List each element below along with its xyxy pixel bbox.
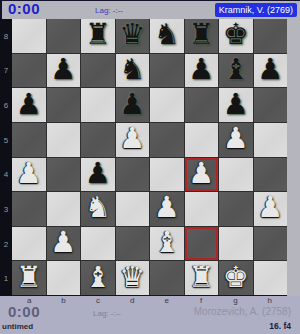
square-g7[interactable]: ♝	[219, 54, 253, 88]
square-b4[interactable]	[47, 158, 81, 192]
square-f3[interactable]	[185, 192, 219, 226]
square-c4[interactable]: ♟	[81, 158, 115, 192]
black-rook-f8[interactable]: ♜	[188, 20, 214, 49]
file-label-f: f	[184, 296, 218, 305]
top-player-name: Kramnik, V. (2769)	[215, 3, 297, 17]
black-king-g8[interactable]: ♚	[223, 20, 249, 49]
white-pawn-e3[interactable]: ♟	[154, 193, 180, 222]
board-right-margin	[287, 19, 300, 296]
top-player-lag: Lag: -:--	[95, 6, 123, 15]
square-d8[interactable]: ♛	[116, 19, 150, 53]
rank-label-3: 3	[0, 192, 12, 227]
black-pawn-b7[interactable]: ♟	[50, 55, 76, 84]
rank-label-2: 2	[0, 227, 12, 262]
square-g2[interactable]	[219, 227, 253, 261]
top-player-clock: 0:00	[8, 0, 40, 17]
file-label-e: e	[150, 296, 184, 305]
square-c8[interactable]: ♜	[81, 19, 115, 53]
square-g6[interactable]: ♟	[219, 88, 253, 122]
square-b1[interactable]	[47, 261, 81, 295]
square-e5[interactable]	[150, 123, 184, 157]
square-a4[interactable]: ♟	[12, 158, 46, 192]
square-a6[interactable]: ♟	[12, 88, 46, 122]
file-label-b: b	[46, 296, 80, 305]
black-queen-d8[interactable]: ♛	[119, 20, 145, 49]
square-a8[interactable]	[12, 19, 46, 53]
square-d7[interactable]: ♞	[116, 54, 150, 88]
black-knight-d7[interactable]: ♞	[119, 55, 145, 84]
black-knight-e8[interactable]: ♞	[154, 20, 180, 49]
white-pawn-f4[interactable]: ♟	[188, 159, 214, 188]
square-f2[interactable]	[185, 227, 219, 261]
square-d5[interactable]: ♟	[116, 123, 150, 157]
bottom-player-clock: 0:00	[8, 303, 40, 320]
square-a5[interactable]	[12, 123, 46, 157]
square-e4[interactable]	[150, 158, 184, 192]
square-d2[interactable]	[116, 227, 150, 261]
square-c3[interactable]: ♞	[81, 192, 115, 226]
square-d6[interactable]: ♟	[116, 88, 150, 122]
rank-label-8: 8	[0, 19, 12, 54]
square-d3[interactable]	[116, 192, 150, 226]
square-c2[interactable]	[81, 227, 115, 261]
rank-label-4: 4	[0, 158, 12, 193]
black-pawn-c4[interactable]: ♟	[85, 159, 111, 188]
white-pawn-d5[interactable]: ♟	[119, 124, 145, 153]
bottom-player-bar: abcdefgh 0:00 Lag: -:-- Morozevich, A. (…	[0, 296, 300, 334]
black-pawn-f7[interactable]: ♟	[188, 55, 214, 84]
white-pawn-a4[interactable]: ♟	[16, 159, 42, 188]
square-e7[interactable]	[150, 54, 184, 88]
square-g1[interactable]: ♚	[219, 261, 253, 295]
white-king-g1[interactable]: ♚	[223, 263, 249, 292]
square-b3[interactable]	[47, 192, 81, 226]
file-label-g: g	[218, 296, 252, 305]
square-c1[interactable]: ♝	[81, 261, 115, 295]
black-rook-c8[interactable]: ♜	[85, 20, 111, 49]
square-f8[interactable]: ♜	[185, 19, 219, 53]
black-pawn-h7[interactable]: ♟	[257, 55, 283, 84]
white-rook-f1[interactable]: ♜	[188, 263, 214, 292]
square-f6[interactable]	[185, 88, 219, 122]
square-a2[interactable]	[12, 227, 46, 261]
square-b5[interactable]	[47, 123, 81, 157]
square-c5[interactable]	[81, 123, 115, 157]
square-b2[interactable]: ♟	[47, 227, 81, 261]
square-f7[interactable]: ♟	[185, 54, 219, 88]
square-f1[interactable]: ♜	[185, 261, 219, 295]
square-h1[interactable]	[254, 261, 288, 295]
file-label-h: h	[253, 296, 287, 305]
square-g8[interactable]: ♚	[219, 19, 253, 53]
rank-label-7: 7	[0, 54, 12, 89]
square-e1[interactable]	[150, 261, 184, 295]
square-g5[interactable]: ♟	[219, 123, 253, 157]
square-g3[interactable]	[219, 192, 253, 226]
black-pawn-d6[interactable]: ♟	[119, 90, 145, 119]
square-a7[interactable]	[12, 54, 46, 88]
square-c7[interactable]	[81, 54, 115, 88]
white-bishop-c1[interactable]: ♝	[85, 263, 111, 292]
square-c6[interactable]	[81, 88, 115, 122]
square-b6[interactable]	[47, 88, 81, 122]
square-h2[interactable]	[254, 227, 288, 261]
white-knight-c3[interactable]: ♞	[85, 193, 111, 222]
black-pawn-g6[interactable]: ♟	[223, 90, 249, 119]
file-labels: abcdefgh	[12, 296, 287, 305]
rank-label-6: 6	[0, 88, 12, 123]
file-label-c: c	[81, 296, 115, 305]
square-e3[interactable]: ♟	[150, 192, 184, 226]
rank-label-1: 1	[0, 261, 12, 296]
black-pawn-a6[interactable]: ♟	[16, 90, 42, 119]
square-a1[interactable]: ♜	[12, 261, 46, 295]
rank-label-5: 5	[0, 123, 12, 158]
square-a3[interactable]	[12, 192, 46, 226]
white-queen-d1[interactable]: ♛	[119, 263, 145, 292]
bottom-player-lag: Lag: -:--	[93, 309, 121, 318]
square-h4[interactable]	[254, 158, 288, 192]
square-e8[interactable]: ♞	[150, 19, 184, 53]
square-d1[interactable]: ♛	[116, 261, 150, 295]
square-h7[interactable]: ♟	[254, 54, 288, 88]
square-h5[interactable]	[254, 123, 288, 157]
square-h6[interactable]	[254, 88, 288, 122]
last-move-indicator: 16. f4	[269, 321, 291, 331]
black-bishop-g7[interactable]: ♝	[223, 55, 249, 84]
square-g4[interactable]	[219, 158, 253, 192]
white-pawn-b2[interactable]: ♟	[50, 228, 76, 257]
chess-board[interactable]: ♜♛♞♜♚♟♞♟♝♟♟♟♟♟♟♟♟♟♞♟♟♟♝♜♝♛♜♚	[12, 19, 287, 296]
white-pawn-g5[interactable]: ♟	[223, 124, 249, 153]
bottom-player-name: Morozevich, A. (2758)	[194, 306, 291, 317]
square-f5[interactable]	[185, 123, 219, 157]
white-rook-a1[interactable]: ♜	[16, 263, 42, 292]
square-f4[interactable]: ♟	[185, 158, 219, 192]
square-b7[interactable]: ♟	[47, 54, 81, 88]
white-bishop-e2[interactable]: ♝	[154, 228, 180, 257]
square-e6[interactable]	[150, 88, 184, 122]
file-label-d: d	[115, 296, 149, 305]
square-e2[interactable]: ♝	[150, 227, 184, 261]
square-b8[interactable]	[47, 19, 81, 53]
square-h8[interactable]	[254, 19, 288, 53]
time-control-status: untimed	[2, 322, 33, 331]
white-pawn-h3[interactable]: ♟	[257, 193, 283, 222]
square-h3[interactable]: ♟	[254, 192, 288, 226]
rank-labels: 87654321	[0, 19, 12, 296]
top-player-bar: 0:00 Lag: -:-- Kramnik, V. (2769)	[2, 1, 300, 19]
square-d4[interactable]	[116, 158, 150, 192]
